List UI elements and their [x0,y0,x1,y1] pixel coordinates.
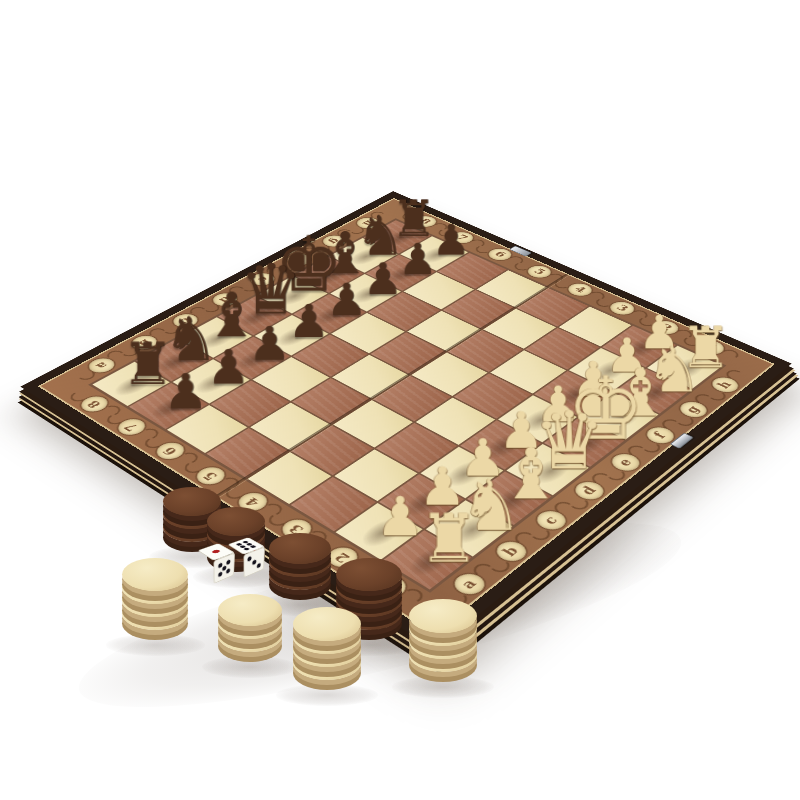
checker-stack-shadow [276,684,378,706]
die-cube [235,542,256,573]
black-pip [226,568,230,574]
dark-checker-disc[interactable] [336,558,402,591]
die-cube [205,548,226,579]
light-checker-disc[interactable] [409,599,477,633]
black-pip [257,562,261,568]
dark-checker-disc[interactable] [269,533,331,564]
black-pip [248,556,252,562]
die[interactable] [203,550,229,576]
product-photo-stage: ♜♞♝♛♚♝♞♜♟♟♟♟♟♟♟♟♟♟♟♟♟♟♟♟♜♞♝♛♚♝♞♜ 88aa77b… [0,0,800,800]
light-checker-disc[interactable] [218,594,282,626]
checker-stack-shadow [106,634,205,656]
black-pip [218,572,222,578]
red-pip [211,549,221,554]
black-pip [252,559,256,565]
black-pip [250,545,257,548]
light-checker-disc[interactable] [122,558,188,591]
dark-checker-disc[interactable] [207,507,265,536]
die[interactable] [233,544,259,570]
foreground-pieces [0,0,800,800]
checker-stack-shadow [202,656,298,678]
checker-stack-shadow [392,676,494,698]
black-pip [226,559,230,565]
black-pip [243,547,250,551]
light-checker-disc[interactable] [293,607,361,641]
